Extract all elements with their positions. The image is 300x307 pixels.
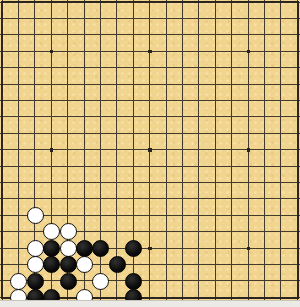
white-stone[interactable] [27, 240, 44, 257]
black-stone[interactable] [125, 240, 142, 257]
go-board-scene [0, 0, 300, 307]
white-stone[interactable] [60, 223, 77, 240]
white-stone[interactable] [43, 223, 60, 240]
star-point [50, 148, 54, 152]
star-point [247, 247, 251, 251]
white-stone[interactable] [27, 207, 44, 224]
star-point [148, 148, 152, 152]
star-point [50, 50, 54, 54]
stone-layer [0, 0, 300, 300]
black-stone[interactable] [60, 273, 77, 290]
black-stone[interactable] [125, 273, 142, 290]
black-stone[interactable] [92, 240, 109, 257]
black-stone[interactable] [43, 240, 60, 257]
black-stone[interactable] [76, 240, 93, 257]
star-point [148, 247, 152, 251]
star-point [247, 50, 251, 54]
black-stone[interactable] [109, 256, 126, 273]
white-stone[interactable] [76, 256, 93, 273]
table-strip [0, 300, 300, 307]
white-stone[interactable] [92, 273, 109, 290]
star-point [247, 148, 251, 152]
white-stone[interactable] [10, 273, 27, 290]
star-point [148, 50, 152, 54]
black-stone[interactable] [27, 273, 44, 290]
black-stone[interactable] [60, 256, 77, 273]
white-stone[interactable] [60, 240, 77, 257]
white-stone[interactable] [27, 256, 44, 273]
black-stone[interactable] [43, 256, 60, 273]
